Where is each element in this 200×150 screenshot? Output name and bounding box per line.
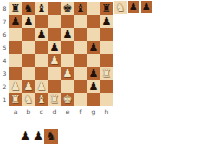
square-e2[interactable] [61, 80, 74, 93]
square-d3[interactable] [48, 67, 61, 80]
square-a7[interactable]: ♟ [9, 15, 22, 28]
black-rook-piece[interactable]: ♜ [9, 2, 22, 15]
rank-label-6: 6 [1, 28, 8, 41]
square-h1[interactable] [100, 93, 113, 106]
square-b7[interactable]: ♟ [22, 15, 35, 28]
square-g8[interactable] [87, 2, 100, 15]
square-g6[interactable] [87, 28, 100, 41]
black-pawn-piece[interactable]: ♟ [61, 28, 74, 41]
square-c1[interactable]: ♝ [35, 93, 48, 106]
black-rook-piece[interactable]: ♜ [100, 2, 113, 15]
square-d1[interactable]: ♜ [48, 93, 61, 106]
square-f7[interactable] [74, 15, 87, 28]
rank-label-7: 7 [1, 15, 8, 28]
square-b3[interactable] [22, 67, 35, 80]
square-h7[interactable]: ♟ [100, 15, 113, 28]
spare-tile-dark[interactable]: ♟ [128, 1, 139, 13]
square-h2[interactable] [100, 80, 113, 93]
square-g2[interactable]: ♟ [87, 80, 100, 93]
black-pawn-piece[interactable]: ♟ [48, 41, 61, 54]
square-a8[interactable]: ♜ [9, 2, 22, 15]
square-d5[interactable]: ♟ [48, 41, 61, 54]
square-a5[interactable] [9, 41, 22, 54]
spare-tile-dark[interactable]: ♟ [141, 1, 152, 13]
square-c3[interactable] [35, 67, 48, 80]
square-g4[interactable] [87, 54, 100, 67]
square-g5[interactable]: ♟ [87, 41, 100, 54]
file-label-h: h [100, 107, 113, 116]
square-a2[interactable]: ♟ [9, 80, 22, 93]
white-pawn-piece[interactable]: ♟ [35, 80, 48, 93]
square-e3[interactable]: ♟ [61, 67, 74, 80]
black-pawn-piece[interactable]: ♟ [87, 41, 100, 54]
black-pawn-piece[interactable]: ♟ [19, 129, 32, 144]
square-e6[interactable]: ♟ [61, 28, 74, 41]
chess-board: ♜♞♝♚♝♜♟♟♟♟♟♟♟♟♟♟♜♟♟♟♟♜♞♝♜♚ [9, 2, 113, 106]
square-b5[interactable] [22, 41, 35, 54]
white-king-piece[interactable]: ♚ [61, 93, 74, 106]
square-c5[interactable] [35, 41, 48, 54]
white-pawn-piece[interactable]: ♟ [22, 80, 35, 93]
black-pawn-piece[interactable]: ♟ [141, 1, 152, 13]
square-f8[interactable]: ♝ [74, 2, 87, 15]
black-bishop-piece[interactable]: ♝ [74, 2, 87, 15]
black-pawn-piece[interactable]: ♟ [87, 67, 100, 80]
black-pawn-piece[interactable]: ♟ [100, 15, 113, 28]
square-c6[interactable]: ♟ [35, 28, 48, 41]
square-a1[interactable]: ♜ [9, 93, 22, 106]
rank-label-8: 8 [1, 2, 8, 15]
tray-slot[interactable]: ♟ [19, 129, 32, 144]
black-knight-piece[interactable]: ♞ [44, 129, 58, 144]
file-label-f: f [74, 107, 87, 116]
square-e4[interactable] [61, 54, 74, 67]
black-pawn-piece[interactable]: ♟ [35, 28, 48, 41]
square-h4[interactable] [100, 54, 113, 67]
square-a3[interactable] [9, 67, 22, 80]
file-label-g: g [87, 107, 100, 116]
square-c8[interactable]: ♝ [35, 2, 48, 15]
square-h8[interactable]: ♜ [100, 2, 113, 15]
square-b6[interactable] [22, 28, 35, 41]
square-d6[interactable] [48, 28, 61, 41]
square-h5[interactable] [100, 41, 113, 54]
rank-label-3: 3 [1, 67, 8, 80]
file-label-b: b [22, 107, 35, 116]
square-a4[interactable] [9, 54, 22, 67]
square-g3[interactable]: ♟ [87, 67, 100, 80]
square-b1[interactable]: ♞ [22, 93, 35, 106]
black-king-piece[interactable]: ♚ [61, 2, 74, 15]
white-pawn-piece[interactable]: ♟ [61, 67, 74, 80]
square-b4[interactable] [22, 54, 35, 67]
black-pawn-piece[interactable]: ♟ [22, 15, 35, 28]
square-a6[interactable] [9, 28, 22, 41]
black-knight-piece[interactable]: ♞ [22, 2, 35, 15]
black-pawn-piece[interactable]: ♟ [128, 1, 139, 13]
tray-tile-dark[interactable]: ♞ [44, 129, 58, 144]
black-bishop-piece[interactable]: ♝ [35, 2, 48, 15]
square-c2[interactable]: ♟ [35, 80, 48, 93]
black-pawn-piece[interactable]: ♟ [87, 80, 100, 93]
square-f6[interactable] [74, 28, 87, 41]
square-e1[interactable]: ♚ [61, 93, 74, 106]
square-h3[interactable]: ♜ [100, 67, 113, 80]
white-rook-piece[interactable]: ♜ [48, 93, 61, 106]
square-f4[interactable] [74, 54, 87, 67]
file-label-a: a [9, 107, 22, 116]
rank-label-2: 2 [1, 80, 8, 93]
file-label-d: d [48, 107, 61, 116]
square-c7[interactable] [35, 15, 48, 28]
white-knight-piece[interactable]: ♞ [22, 93, 35, 106]
square-g7[interactable] [87, 15, 100, 28]
square-g1[interactable] [87, 93, 100, 106]
white-pawn-piece[interactable]: ♟ [9, 80, 22, 93]
square-d4[interactable]: ♟ [48, 54, 61, 67]
square-b8[interactable]: ♞ [22, 2, 35, 15]
white-bishop-piece[interactable]: ♝ [35, 93, 48, 106]
file-label-c: c [35, 107, 48, 116]
square-h6[interactable] [100, 28, 113, 41]
square-e7[interactable] [61, 15, 74, 28]
white-pawn-piece[interactable]: ♟ [48, 54, 61, 67]
rank-label-5: 5 [1, 41, 8, 54]
square-e5[interactable] [61, 41, 74, 54]
square-f3[interactable] [74, 67, 87, 80]
white-knight-piece[interactable]: ♞ [114, 1, 127, 14]
spare-tile-light[interactable]: ♞ [114, 1, 127, 14]
square-d8[interactable] [48, 2, 61, 15]
rank-label-4: 4 [1, 54, 8, 67]
square-e8[interactable]: ♚ [61, 2, 74, 15]
white-rook-piece[interactable]: ♜ [9, 93, 22, 106]
square-f5[interactable] [74, 41, 87, 54]
square-b2[interactable]: ♟ [22, 80, 35, 93]
square-f1[interactable] [74, 93, 87, 106]
square-d2[interactable] [48, 80, 61, 93]
square-f2[interactable] [74, 80, 87, 93]
file-label-e: e [61, 107, 74, 116]
white-rook-piece[interactable]: ♜ [100, 67, 113, 80]
black-pawn-piece[interactable]: ♟ [9, 15, 22, 28]
square-c4[interactable] [35, 54, 48, 67]
square-d7[interactable] [48, 15, 61, 28]
rank-label-1: 1 [1, 93, 8, 106]
